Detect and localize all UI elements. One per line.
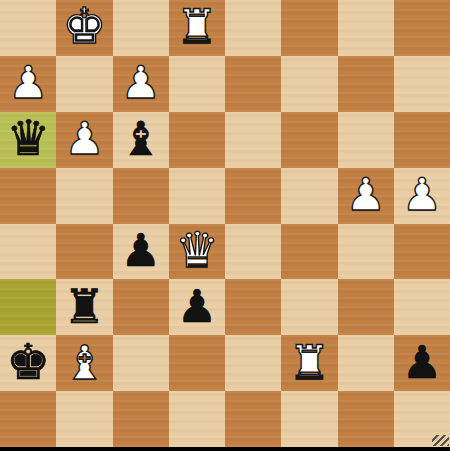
black-king-piece[interactable]: ♚ [6, 338, 50, 387]
black-pawn-piece[interactable]: ♟ [177, 284, 217, 329]
black-rook-piece[interactable]: ♜ [63, 283, 105, 330]
white-pawn-piece[interactable]: ♟ [64, 116, 104, 161]
square-h3[interactable] [394, 279, 450, 335]
square-d8[interactable]: ♜ [169, 0, 225, 56]
square-e1[interactable] [225, 391, 281, 447]
square-a1[interactable] [0, 391, 56, 447]
chess-board: ♚♜♟♟♛♟♝♟♟♟♛♜♟♚♝♜♟ [0, 0, 450, 447]
square-a6-highlighted[interactable]: ♛ [0, 112, 56, 168]
black-pawn-piece[interactable]: ♟ [120, 228, 160, 273]
square-f8[interactable] [281, 0, 337, 56]
square-b7[interactable] [56, 56, 112, 112]
square-d3[interactable]: ♟ [169, 279, 225, 335]
square-h5[interactable]: ♟ [394, 168, 450, 224]
square-b3[interactable]: ♜ [56, 279, 112, 335]
square-b8[interactable]: ♚ [56, 0, 112, 56]
square-e3[interactable] [225, 279, 281, 335]
white-king-piece[interactable]: ♚ [62, 2, 106, 51]
white-bishop-piece[interactable]: ♝ [63, 339, 105, 386]
square-g6[interactable] [338, 112, 394, 168]
white-pawn-piece[interactable]: ♟ [402, 172, 442, 217]
square-h2[interactable]: ♟ [394, 335, 450, 391]
square-a5[interactable] [0, 168, 56, 224]
white-queen-piece[interactable]: ♛ [175, 226, 219, 275]
square-c2[interactable] [113, 335, 169, 391]
square-f1[interactable] [281, 391, 337, 447]
square-b4[interactable] [56, 224, 112, 280]
square-e7[interactable] [225, 56, 281, 112]
white-rook-piece[interactable]: ♜ [288, 339, 330, 386]
square-c1[interactable] [113, 391, 169, 447]
square-a3-highlighted[interactable] [0, 279, 56, 335]
square-b1[interactable] [56, 391, 112, 447]
white-pawn-piece[interactable]: ♟ [8, 60, 48, 105]
square-e5[interactable] [225, 168, 281, 224]
square-g7[interactable] [338, 56, 394, 112]
square-d4[interactable]: ♛ [169, 224, 225, 280]
square-f5[interactable] [281, 168, 337, 224]
square-e4[interactable] [225, 224, 281, 280]
square-a8[interactable] [0, 0, 56, 56]
square-a7[interactable]: ♟ [0, 56, 56, 112]
square-e6[interactable] [225, 112, 281, 168]
white-pawn-piece[interactable]: ♟ [345, 172, 385, 217]
square-g1[interactable] [338, 391, 394, 447]
square-a2[interactable]: ♚ [0, 335, 56, 391]
square-h7[interactable] [394, 56, 450, 112]
square-c6[interactable]: ♝ [113, 112, 169, 168]
square-c7[interactable]: ♟ [113, 56, 169, 112]
square-d7[interactable] [169, 56, 225, 112]
white-rook-piece[interactable]: ♜ [176, 3, 218, 50]
square-c3[interactable] [113, 279, 169, 335]
black-queen-piece[interactable]: ♛ [6, 114, 50, 163]
square-e2[interactable] [225, 335, 281, 391]
square-g3[interactable] [338, 279, 394, 335]
square-d6[interactable] [169, 112, 225, 168]
square-h4[interactable] [394, 224, 450, 280]
square-c4[interactable]: ♟ [113, 224, 169, 280]
square-b2[interactable]: ♝ [56, 335, 112, 391]
square-d5[interactable] [169, 168, 225, 224]
chess-app: ♚♜♟♟♛♟♝♟♟♟♛♜♟♚♝♜♟ [0, 0, 450, 451]
square-a4[interactable] [0, 224, 56, 280]
square-h6[interactable] [394, 112, 450, 168]
square-g5[interactable]: ♟ [338, 168, 394, 224]
square-c8[interactable] [113, 0, 169, 56]
square-b6[interactable]: ♟ [56, 112, 112, 168]
square-d2[interactable] [169, 335, 225, 391]
square-f7[interactable] [281, 56, 337, 112]
square-f2[interactable]: ♜ [281, 335, 337, 391]
square-f6[interactable] [281, 112, 337, 168]
black-pawn-piece[interactable]: ♟ [402, 340, 442, 385]
square-d1[interactable] [169, 391, 225, 447]
resize-grip-icon[interactable] [432, 435, 449, 446]
bottom-border [0, 447, 450, 451]
square-f4[interactable] [281, 224, 337, 280]
square-g2[interactable] [338, 335, 394, 391]
square-h8[interactable] [394, 0, 450, 56]
square-e8[interactable] [225, 0, 281, 56]
square-f3[interactable] [281, 279, 337, 335]
square-g4[interactable] [338, 224, 394, 280]
square-c5[interactable] [113, 168, 169, 224]
square-b5[interactable] [56, 168, 112, 224]
white-pawn-piece[interactable]: ♟ [120, 60, 160, 105]
square-g8[interactable] [338, 0, 394, 56]
black-bishop-piece[interactable]: ♝ [120, 115, 162, 162]
